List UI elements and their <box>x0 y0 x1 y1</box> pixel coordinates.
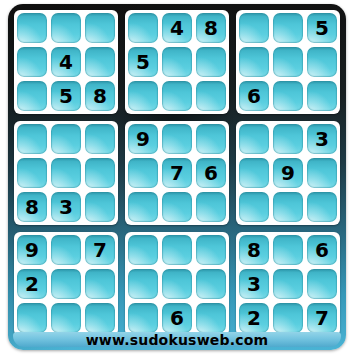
cell-r7c7[interactable]: 8 <box>239 235 269 265</box>
cell-r3c9[interactable] <box>307 81 337 111</box>
cell-r8c3[interactable] <box>85 269 115 299</box>
cell-r5c3[interactable] <box>85 158 115 188</box>
cell-r8c1[interactable]: 2 <box>17 269 47 299</box>
cell-r5c5[interactable]: 7 <box>162 158 192 188</box>
cell-r3c2[interactable]: 5 <box>51 81 81 111</box>
cell-r5c9[interactable] <box>307 158 337 188</box>
cell-r3c6[interactable] <box>196 81 226 111</box>
cell-r2c2[interactable]: 4 <box>51 47 81 77</box>
cell-r3c4[interactable] <box>128 81 158 111</box>
cell-r2c6[interactable] <box>196 47 226 77</box>
cell-r8c8[interactable] <box>273 269 303 299</box>
cell-r4c6[interactable] <box>196 124 226 154</box>
board-frame: 458485568397639972686327 www.sudokusweb.… <box>8 4 346 350</box>
cell-r7c8[interactable] <box>273 235 303 265</box>
cell-r2c7[interactable] <box>239 47 269 77</box>
cell-r6c7[interactable] <box>239 192 269 222</box>
cell-r7c9[interactable]: 6 <box>307 235 337 265</box>
box-4: 83 <box>14 121 118 225</box>
cell-r3c7[interactable]: 6 <box>239 81 269 111</box>
cell-r4c8[interactable] <box>273 124 303 154</box>
box-6: 39 <box>236 121 340 225</box>
cell-r4c9[interactable]: 3 <box>307 124 337 154</box>
cell-r9c3[interactable] <box>85 303 115 333</box>
cell-r3c1[interactable] <box>17 81 47 111</box>
box-8: 6 <box>125 232 229 336</box>
cell-r1c7[interactable] <box>239 13 269 43</box>
cell-r4c4[interactable]: 9 <box>128 124 158 154</box>
box-2: 485 <box>125 10 229 114</box>
cell-r1c9[interactable]: 5 <box>307 13 337 43</box>
cell-r3c8[interactable] <box>273 81 303 111</box>
cell-r4c3[interactable] <box>85 124 115 154</box>
cell-r7c6[interactable] <box>196 235 226 265</box>
cell-r7c4[interactable] <box>128 235 158 265</box>
cell-r1c2[interactable] <box>51 13 81 43</box>
cell-r4c2[interactable] <box>51 124 81 154</box>
cell-r8c7[interactable]: 3 <box>239 269 269 299</box>
cell-r9c7[interactable]: 2 <box>239 303 269 333</box>
cell-r2c8[interactable] <box>273 47 303 77</box>
cell-r1c3[interactable] <box>85 13 115 43</box>
cell-r1c1[interactable] <box>17 13 47 43</box>
cell-r1c8[interactable] <box>273 13 303 43</box>
cell-r2c5[interactable] <box>162 47 192 77</box>
cell-r1c4[interactable] <box>128 13 158 43</box>
box-5: 976 <box>125 121 229 225</box>
cell-r7c3[interactable]: 7 <box>85 235 115 265</box>
cell-r7c5[interactable] <box>162 235 192 265</box>
cell-r9c6[interactable] <box>196 303 226 333</box>
cell-r2c4[interactable]: 5 <box>128 47 158 77</box>
cell-r9c2[interactable] <box>51 303 81 333</box>
website-link[interactable]: www.sudokusweb.com <box>86 333 269 347</box>
cell-r9c4[interactable] <box>128 303 158 333</box>
cell-r6c6[interactable] <box>196 192 226 222</box>
footer-bar: www.sudokusweb.com <box>13 332 341 347</box>
cell-r3c3[interactable]: 8 <box>85 81 115 111</box>
cell-r9c8[interactable] <box>273 303 303 333</box>
cell-r9c1[interactable] <box>17 303 47 333</box>
box-3: 56 <box>236 10 340 114</box>
cell-r9c5[interactable]: 6 <box>162 303 192 333</box>
cell-r6c2[interactable]: 3 <box>51 192 81 222</box>
box-1: 458 <box>14 10 118 114</box>
cell-r2c3[interactable] <box>85 47 115 77</box>
cell-r1c5[interactable]: 4 <box>162 13 192 43</box>
cell-r2c9[interactable] <box>307 47 337 77</box>
cell-r3c5[interactable] <box>162 81 192 111</box>
cell-r6c1[interactable]: 8 <box>17 192 47 222</box>
cell-r5c2[interactable] <box>51 158 81 188</box>
cell-r2c1[interactable] <box>17 47 47 77</box>
cell-r9c9[interactable]: 7 <box>307 303 337 333</box>
cell-r6c3[interactable] <box>85 192 115 222</box>
cell-r4c5[interactable] <box>162 124 192 154</box>
box-7: 972 <box>14 232 118 336</box>
cell-r5c1[interactable] <box>17 158 47 188</box>
box-9: 86327 <box>236 232 340 336</box>
cell-r6c4[interactable] <box>128 192 158 222</box>
cell-r5c4[interactable] <box>128 158 158 188</box>
cell-r8c2[interactable] <box>51 269 81 299</box>
cell-r8c4[interactable] <box>128 269 158 299</box>
cell-r8c9[interactable] <box>307 269 337 299</box>
cell-r1c6[interactable]: 8 <box>196 13 226 43</box>
cell-r6c8[interactable] <box>273 192 303 222</box>
cell-r8c5[interactable] <box>162 269 192 299</box>
cell-r5c7[interactable] <box>239 158 269 188</box>
cell-r6c5[interactable] <box>162 192 192 222</box>
cell-r6c9[interactable] <box>307 192 337 222</box>
cell-r5c8[interactable]: 9 <box>273 158 303 188</box>
cell-r7c2[interactable] <box>51 235 81 265</box>
sudoku-board: 458485568397639972686327 <box>14 10 340 336</box>
cell-r5c6[interactable]: 6 <box>196 158 226 188</box>
cell-r8c6[interactable] <box>196 269 226 299</box>
cell-r4c1[interactable] <box>17 124 47 154</box>
cell-r7c1[interactable]: 9 <box>17 235 47 265</box>
cell-r4c7[interactable] <box>239 124 269 154</box>
